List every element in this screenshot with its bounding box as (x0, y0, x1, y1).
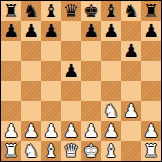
black-bishop[interactable]: ♝ (41, 1, 61, 21)
black-pawn[interactable]: ♟ (61, 61, 81, 81)
square-h7[interactable]: ♟ (141, 21, 161, 41)
white-knight[interactable]: ♞ (101, 101, 121, 121)
white-pawn[interactable]: ♟ (81, 121, 101, 141)
square-e2[interactable]: ♟ (81, 121, 101, 141)
white-bishop[interactable]: ♝ (41, 141, 61, 161)
square-b8[interactable]: ♞ (21, 1, 41, 21)
square-e5[interactable] (81, 61, 101, 81)
square-d3[interactable] (61, 101, 81, 121)
black-pawn[interactable]: ♟ (101, 21, 121, 41)
square-a6[interactable] (1, 41, 21, 61)
black-knight[interactable]: ♞ (21, 1, 41, 21)
square-f1[interactable]: ♝ (101, 141, 121, 161)
square-d4[interactable] (61, 81, 81, 101)
square-b5[interactable] (21, 61, 41, 81)
white-rook[interactable]: ♜ (141, 141, 161, 161)
square-a1[interactable]: ♜ (1, 141, 21, 161)
square-a8[interactable]: ♜ (1, 1, 21, 21)
square-d5[interactable]: ♟ (61, 61, 81, 81)
square-g5[interactable] (121, 61, 141, 81)
square-b4[interactable] (21, 81, 41, 101)
black-queen[interactable]: ♛ (61, 1, 81, 21)
square-g3[interactable]: ♟ (121, 101, 141, 121)
black-bishop[interactable]: ♝ (101, 1, 121, 21)
square-d1[interactable]: ♛ (61, 141, 81, 161)
square-g6[interactable]: ♟ (121, 41, 141, 61)
square-c3[interactable] (41, 101, 61, 121)
black-knight[interactable]: ♞ (121, 1, 141, 21)
square-e1[interactable]: ♚ (81, 141, 101, 161)
square-h3[interactable] (141, 101, 161, 121)
square-a7[interactable]: ♟ (1, 21, 21, 41)
black-pawn[interactable]: ♟ (121, 41, 141, 61)
square-c6[interactable] (41, 41, 61, 61)
square-f8[interactable]: ♝ (101, 1, 121, 21)
square-c8[interactable]: ♝ (41, 1, 61, 21)
square-c4[interactable] (41, 81, 61, 101)
square-h6[interactable] (141, 41, 161, 61)
black-pawn[interactable]: ♟ (141, 21, 161, 41)
square-h5[interactable] (141, 61, 161, 81)
chess-board: ♜♞♝♛♚♝♞♜♟♟♟♟♟♟♟♟♞♟♟♟♟♟♟♟♟♜♞♝♛♚♝♜ (1, 1, 161, 161)
square-h4[interactable] (141, 81, 161, 101)
square-c2[interactable]: ♟ (41, 121, 61, 141)
square-e4[interactable] (81, 81, 101, 101)
square-b3[interactable] (21, 101, 41, 121)
square-b7[interactable]: ♟ (21, 21, 41, 41)
black-rook[interactable]: ♜ (141, 1, 161, 21)
square-d2[interactable]: ♟ (61, 121, 81, 141)
white-pawn[interactable]: ♟ (41, 121, 61, 141)
chess-board-frame: ♜♞♝♛♚♝♞♜♟♟♟♟♟♟♟♟♞♟♟♟♟♟♟♟♟♜♞♝♛♚♝♜ (0, 0, 162, 162)
square-f6[interactable] (101, 41, 121, 61)
square-d8[interactable]: ♛ (61, 1, 81, 21)
square-a4[interactable] (1, 81, 21, 101)
square-a3[interactable] (1, 101, 21, 121)
square-b2[interactable]: ♟ (21, 121, 41, 141)
white-pawn[interactable]: ♟ (141, 121, 161, 141)
white-pawn[interactable]: ♟ (21, 121, 41, 141)
square-d6[interactable] (61, 41, 81, 61)
square-g8[interactable]: ♞ (121, 1, 141, 21)
square-g7[interactable] (121, 21, 141, 41)
white-pawn[interactable]: ♟ (101, 121, 121, 141)
square-c5[interactable] (41, 61, 61, 81)
square-a5[interactable] (1, 61, 21, 81)
square-g1[interactable] (121, 141, 141, 161)
white-knight[interactable]: ♞ (21, 141, 41, 161)
square-a2[interactable]: ♟ (1, 121, 21, 141)
white-pawn[interactable]: ♟ (121, 101, 141, 121)
square-b1[interactable]: ♞ (21, 141, 41, 161)
square-h8[interactable]: ♜ (141, 1, 161, 21)
black-rook[interactable]: ♜ (1, 1, 21, 21)
white-rook[interactable]: ♜ (1, 141, 21, 161)
square-g2[interactable] (121, 121, 141, 141)
white-king[interactable]: ♚ (81, 141, 101, 161)
square-e7[interactable]: ♟ (81, 21, 101, 41)
square-c7[interactable]: ♟ (41, 21, 61, 41)
square-c1[interactable]: ♝ (41, 141, 61, 161)
square-h2[interactable]: ♟ (141, 121, 161, 141)
square-f4[interactable] (101, 81, 121, 101)
black-pawn[interactable]: ♟ (81, 21, 101, 41)
square-d7[interactable] (61, 21, 81, 41)
square-e3[interactable] (81, 101, 101, 121)
black-pawn[interactable]: ♟ (1, 21, 21, 41)
black-pawn[interactable]: ♟ (21, 21, 41, 41)
white-pawn[interactable]: ♟ (1, 121, 21, 141)
white-bishop[interactable]: ♝ (101, 141, 121, 161)
white-pawn[interactable]: ♟ (61, 121, 81, 141)
square-f3[interactable]: ♞ (101, 101, 121, 121)
black-king[interactable]: ♚ (81, 1, 101, 21)
square-e8[interactable]: ♚ (81, 1, 101, 21)
square-g4[interactable] (121, 81, 141, 101)
square-f5[interactable] (101, 61, 121, 81)
square-b6[interactable] (21, 41, 41, 61)
square-e6[interactable] (81, 41, 101, 61)
square-f2[interactable]: ♟ (101, 121, 121, 141)
black-pawn[interactable]: ♟ (41, 21, 61, 41)
white-queen[interactable]: ♛ (61, 141, 81, 161)
square-f7[interactable]: ♟ (101, 21, 121, 41)
square-h1[interactable]: ♜ (141, 141, 161, 161)
